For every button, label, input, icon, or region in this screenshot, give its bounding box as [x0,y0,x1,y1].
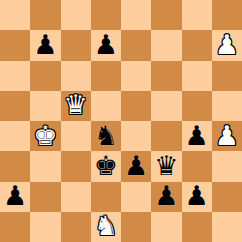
square-g3[interactable] [182,151,212,181]
square-h6[interactable] [212,61,242,91]
square-e3[interactable]: ♟ [121,151,151,181]
square-h2[interactable] [212,182,242,212]
square-c6[interactable] [61,61,91,91]
square-h3[interactable] [212,151,242,181]
square-b2[interactable] [30,182,60,212]
square-b6[interactable] [30,61,60,91]
square-b8[interactable] [30,0,60,30]
square-e6[interactable] [121,61,151,91]
black-pawn[interactable]: ♟ [185,182,209,209]
square-b1[interactable] [30,212,60,242]
square-d5[interactable] [91,91,121,121]
square-f5[interactable] [151,91,181,121]
black-pawn[interactable]: ♟ [185,122,209,149]
square-g5[interactable] [182,91,212,121]
square-d3[interactable]: ♚ [91,151,121,181]
square-b5[interactable] [30,91,60,121]
square-d1[interactable]: ♞ [91,212,121,242]
chess-board: ♟♟♟♛♚♞♟♟♚♟♛♟♟♟♞ [0,0,242,242]
square-f3[interactable]: ♛ [151,151,181,181]
square-a7[interactable] [0,30,30,60]
square-f8[interactable] [151,0,181,30]
square-c8[interactable] [61,0,91,30]
square-d6[interactable] [91,61,121,91]
black-pawn[interactable]: ♟ [33,31,57,58]
square-g7[interactable] [182,30,212,60]
square-g8[interactable] [182,0,212,30]
square-h5[interactable] [212,91,242,121]
square-c3[interactable] [61,151,91,181]
square-e4[interactable] [121,121,151,151]
white-king[interactable]: ♚ [33,122,57,149]
square-f2[interactable]: ♟ [151,182,181,212]
square-g1[interactable] [182,212,212,242]
square-b3[interactable] [30,151,60,181]
square-d2[interactable] [91,182,121,212]
black-pawn[interactable]: ♟ [154,182,178,209]
square-e8[interactable] [121,0,151,30]
white-pawn[interactable]: ♟ [215,31,239,58]
square-h4[interactable]: ♟ [212,121,242,151]
square-g4[interactable]: ♟ [182,121,212,151]
white-pawn[interactable]: ♟ [215,122,239,149]
square-c5[interactable]: ♛ [61,91,91,121]
square-h7[interactable]: ♟ [212,30,242,60]
square-g6[interactable] [182,61,212,91]
square-f1[interactable] [151,212,181,242]
square-a1[interactable] [0,212,30,242]
square-a6[interactable] [0,61,30,91]
square-e1[interactable] [121,212,151,242]
square-c1[interactable] [61,212,91,242]
square-b7[interactable]: ♟ [30,30,60,60]
square-e5[interactable] [121,91,151,121]
square-e2[interactable] [121,182,151,212]
square-f6[interactable] [151,61,181,91]
square-f4[interactable] [151,121,181,151]
square-a5[interactable] [0,91,30,121]
square-g2[interactable]: ♟ [182,182,212,212]
square-b4[interactable]: ♚ [30,121,60,151]
square-e7[interactable] [121,30,151,60]
black-pawn[interactable]: ♟ [124,152,148,179]
square-c4[interactable] [61,121,91,151]
square-h1[interactable] [212,212,242,242]
black-knight[interactable]: ♞ [94,122,118,149]
square-a4[interactable] [0,121,30,151]
white-knight[interactable]: ♞ [94,212,118,239]
square-h8[interactable] [212,0,242,30]
square-f7[interactable] [151,30,181,60]
square-a2[interactable]: ♟ [0,182,30,212]
square-a3[interactable] [0,151,30,181]
square-d7[interactable]: ♟ [91,30,121,60]
square-d8[interactable] [91,0,121,30]
black-king[interactable]: ♚ [94,152,118,179]
square-c7[interactable] [61,30,91,60]
white-queen[interactable]: ♛ [64,91,88,118]
square-d4[interactable]: ♞ [91,121,121,151]
black-pawn[interactable]: ♟ [94,31,118,58]
square-c2[interactable] [61,182,91,212]
black-queen[interactable]: ♛ [154,152,178,179]
square-a8[interactable] [0,0,30,30]
black-pawn[interactable]: ♟ [3,182,27,209]
